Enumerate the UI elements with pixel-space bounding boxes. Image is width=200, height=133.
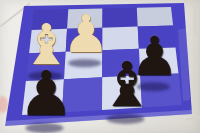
piece-glyph: ♟: [18, 63, 74, 125]
piece-shadow: [106, 114, 144, 124]
black-pawn-left[interactable]: ♟: [18, 63, 74, 125]
piece-shadow: [25, 123, 63, 133]
square-r1c4[interactable]: [137, 7, 173, 27]
photo-chessboard-scene: ♟♝♟♝♟: [0, 0, 200, 133]
piece-glyph: ♝: [99, 54, 155, 116]
black-bishop[interactable]: ♝: [99, 54, 155, 116]
